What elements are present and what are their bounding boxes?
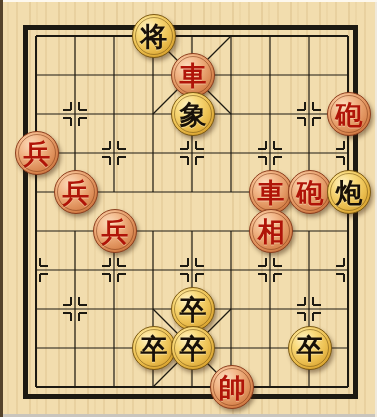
piece-red-soldier[interactable]: 兵 — [15, 131, 59, 175]
piece-red-general[interactable]: 帥 — [210, 365, 254, 409]
piece-black-cannon[interactable]: 炮 — [327, 170, 371, 214]
piece-red-elephant[interactable]: 相 — [249, 209, 293, 253]
piece-black-general[interactable]: 将 — [132, 14, 176, 58]
piece-red-chariot[interactable]: 車 — [249, 170, 293, 214]
piece-red-cannon[interactable]: 砲 — [288, 170, 332, 214]
xiangqi-board: 将車象砲兵兵車砲炮兵相卒卒卒卒帥 — [0, 0, 377, 417]
piece-black-soldier[interactable]: 卒 — [171, 326, 215, 370]
piece-red-soldier[interactable]: 兵 — [54, 170, 98, 214]
piece-red-soldier[interactable]: 兵 — [93, 209, 137, 253]
piece-black-soldier[interactable]: 卒 — [132, 326, 176, 370]
piece-black-soldier[interactable]: 卒 — [288, 326, 332, 370]
piece-black-elephant[interactable]: 象 — [171, 92, 215, 136]
piece-black-soldier[interactable]: 卒 — [171, 287, 215, 331]
piece-red-chariot[interactable]: 車 — [171, 53, 215, 97]
piece-red-cannon[interactable]: 砲 — [327, 92, 371, 136]
